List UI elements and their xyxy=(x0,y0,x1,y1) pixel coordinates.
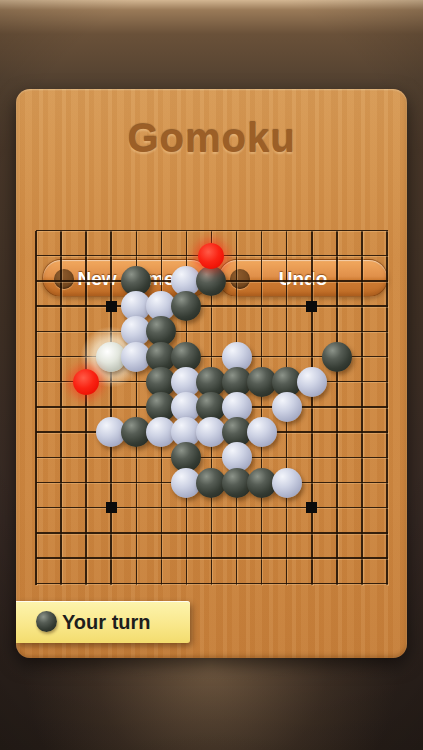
game-board[interactable] xyxy=(16,89,407,509)
status-label: Your turn xyxy=(62,601,151,643)
grid-line xyxy=(36,507,388,509)
stone-black xyxy=(196,266,226,296)
star-point xyxy=(106,502,117,513)
stone-black xyxy=(171,291,201,321)
app-background: Gomoku New Game Undo Your turn xyxy=(0,0,423,750)
game-panel: Gomoku New Game Undo Your turn xyxy=(16,89,407,658)
threat-marker xyxy=(198,243,224,269)
grid-line xyxy=(36,230,388,232)
stone-black xyxy=(322,342,352,372)
stone-white xyxy=(297,367,327,397)
grid-line xyxy=(36,532,388,534)
stone-white xyxy=(247,417,277,447)
star-point xyxy=(306,502,317,513)
stone-white xyxy=(272,392,302,422)
star-point xyxy=(106,301,117,312)
grid-line xyxy=(36,583,388,585)
star-point xyxy=(306,301,317,312)
stone-white xyxy=(272,468,302,498)
grid-line xyxy=(36,331,388,333)
black-stone-icon xyxy=(36,611,57,632)
status-bar: Your turn xyxy=(16,601,190,643)
grid-line xyxy=(36,457,388,459)
threat-marker xyxy=(73,369,99,395)
grid-line xyxy=(36,305,388,307)
grid-line xyxy=(36,557,388,559)
